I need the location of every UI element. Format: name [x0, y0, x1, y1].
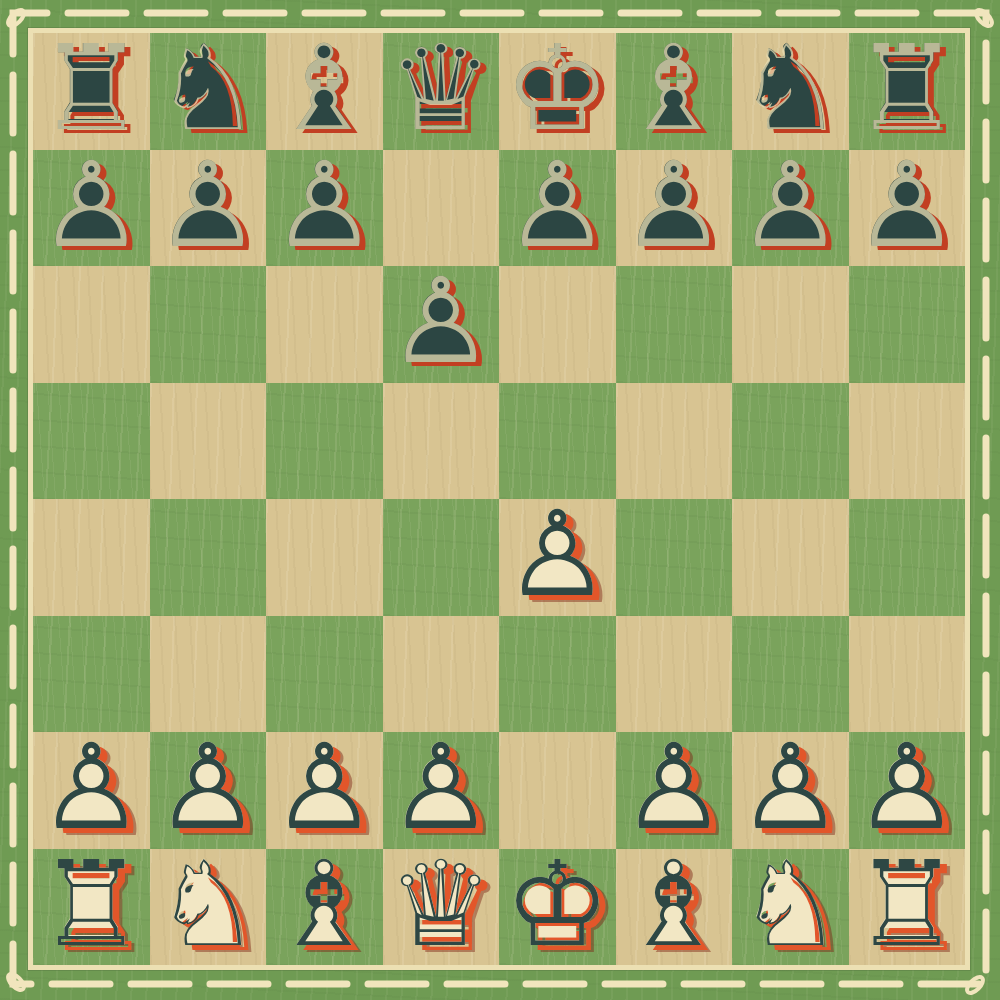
- piece-glyph-outline: ♙: [849, 729, 966, 846]
- white-king[interactable]: ♚♔: [499, 849, 616, 966]
- square-g3[interactable]: [732, 616, 849, 733]
- square-g4[interactable]: [732, 499, 849, 616]
- square-h7[interactable]: ♟♙: [849, 150, 966, 267]
- piece-glyph-outline: ♘: [732, 30, 849, 147]
- square-f5[interactable]: [616, 383, 733, 500]
- square-h8[interactable]: ♜♖: [849, 33, 966, 150]
- square-a8[interactable]: ♜♖: [33, 33, 150, 150]
- square-f8[interactable]: ♝♗: [616, 33, 733, 150]
- square-h6[interactable]: [849, 266, 966, 383]
- chess-board-grid: ♜♖♞♘♝♗♛♕♚♔♝♗♞♘♜♖♟♙♟♙♟♙♟♙♟♙♟♙♟♙♟♙♟♙♟♙♟♙♟♙…: [33, 33, 965, 965]
- piece-glyph-outline: ♙: [150, 147, 267, 264]
- white-knight[interactable]: ♞♘: [150, 849, 267, 966]
- piece-glyph-outline: ♕: [383, 846, 500, 963]
- square-e3[interactable]: [499, 616, 616, 733]
- square-b6[interactable]: [150, 266, 267, 383]
- white-pawn[interactable]: ♟♙: [732, 732, 849, 849]
- square-f6[interactable]: [616, 266, 733, 383]
- square-e7[interactable]: ♟♙: [499, 150, 616, 267]
- square-a1[interactable]: ♜♖: [33, 849, 150, 966]
- square-c5[interactable]: [266, 383, 383, 500]
- white-pawn[interactable]: ♟♙: [150, 732, 267, 849]
- square-c2[interactable]: ♟♙: [266, 732, 383, 849]
- black-pawn[interactable]: ♟♙: [266, 150, 383, 267]
- square-d6[interactable]: ♟♙: [383, 266, 500, 383]
- square-e5[interactable]: [499, 383, 616, 500]
- square-f4[interactable]: [616, 499, 733, 616]
- square-a6[interactable]: [33, 266, 150, 383]
- square-c3[interactable]: [266, 616, 383, 733]
- square-c6[interactable]: [266, 266, 383, 383]
- white-pawn[interactable]: ♟♙: [499, 499, 616, 616]
- piece-glyph-outline: ♘: [150, 30, 267, 147]
- square-g1[interactable]: ♞♘: [732, 849, 849, 966]
- square-b8[interactable]: ♞♘: [150, 33, 267, 150]
- white-pawn[interactable]: ♟♙: [33, 732, 150, 849]
- corner-ornament-bottom-right: [964, 974, 985, 995]
- piece-glyph-outline: ♙: [33, 147, 150, 264]
- piece-glyph-outline: ♙: [616, 729, 733, 846]
- piece-glyph-outline: ♙: [266, 147, 383, 264]
- piece-glyph-outline: ♙: [266, 729, 383, 846]
- square-d2[interactable]: ♟♙: [383, 732, 500, 849]
- square-a5[interactable]: [33, 383, 150, 500]
- square-g2[interactable]: ♟♙: [732, 732, 849, 849]
- black-pawn[interactable]: ♟♙: [383, 266, 500, 383]
- square-c7[interactable]: ♟♙: [266, 150, 383, 267]
- square-d1[interactable]: ♛♕: [383, 849, 500, 966]
- square-f7[interactable]: ♟♙: [616, 150, 733, 267]
- square-a7[interactable]: ♟♙: [33, 150, 150, 267]
- piece-glyph-outline: ♗: [266, 30, 383, 147]
- piece-glyph-outline: ♗: [616, 30, 733, 147]
- corner-ornament-bottom-left: [5, 971, 26, 992]
- piece-glyph-outline: ♘: [732, 846, 849, 963]
- black-pawn[interactable]: ♟♙: [499, 150, 616, 267]
- square-b5[interactable]: [150, 383, 267, 500]
- square-b2[interactable]: ♟♙: [150, 732, 267, 849]
- white-bishop[interactable]: ♝♗: [616, 849, 733, 966]
- chess-board: ♜♖♞♘♝♗♛♕♚♔♝♗♞♘♜♖♟♙♟♙♟♙♟♙♟♙♟♙♟♙♟♙♟♙♟♙♟♙♟♙…: [28, 28, 970, 970]
- square-h2[interactable]: ♟♙: [849, 732, 966, 849]
- square-f1[interactable]: ♝♗: [616, 849, 733, 966]
- piece-glyph-outline: ♙: [383, 729, 500, 846]
- square-d8[interactable]: ♛♕: [383, 33, 500, 150]
- square-f2[interactable]: ♟♙: [616, 732, 733, 849]
- black-pawn[interactable]: ♟♙: [616, 150, 733, 267]
- black-king[interactable]: ♚♔: [499, 33, 616, 150]
- black-queen[interactable]: ♛♕: [383, 33, 500, 150]
- square-c4[interactable]: [266, 499, 383, 616]
- piece-glyph-outline: ♙: [849, 147, 966, 264]
- square-e8[interactable]: ♚♔: [499, 33, 616, 150]
- black-knight[interactable]: ♞♘: [732, 33, 849, 150]
- black-pawn[interactable]: ♟♙: [33, 150, 150, 267]
- square-d4[interactable]: [383, 499, 500, 616]
- piece-glyph-outline: ♙: [383, 263, 500, 380]
- square-c8[interactable]: ♝♗: [266, 33, 383, 150]
- square-g5[interactable]: [732, 383, 849, 500]
- square-g6[interactable]: [732, 266, 849, 383]
- white-knight[interactable]: ♞♘: [732, 849, 849, 966]
- square-g7[interactable]: ♟♙: [732, 150, 849, 267]
- piece-glyph-outline: ♙: [732, 729, 849, 846]
- square-d5[interactable]: [383, 383, 500, 500]
- square-e1[interactable]: ♚♔: [499, 849, 616, 966]
- white-pawn[interactable]: ♟♙: [266, 732, 383, 849]
- black-rook[interactable]: ♜♖: [33, 33, 150, 150]
- black-pawn[interactable]: ♟♙: [849, 150, 966, 267]
- white-pawn[interactable]: ♟♙: [616, 732, 733, 849]
- square-e2[interactable]: [499, 732, 616, 849]
- piece-glyph-outline: ♙: [499, 496, 616, 613]
- piece-glyph-outline: ♘: [150, 846, 267, 963]
- piece-glyph-outline: ♙: [499, 147, 616, 264]
- black-pawn[interactable]: ♟♙: [732, 150, 849, 267]
- square-b1[interactable]: ♞♘: [150, 849, 267, 966]
- piece-glyph-outline: ♔: [499, 846, 616, 963]
- black-knight[interactable]: ♞♘: [150, 33, 267, 150]
- square-a2[interactable]: ♟♙: [33, 732, 150, 849]
- square-a4[interactable]: [33, 499, 150, 616]
- piece-glyph-outline: ♙: [150, 729, 267, 846]
- square-d7[interactable]: [383, 150, 500, 267]
- corner-ornament-top-right: [973, 7, 994, 28]
- black-rook[interactable]: ♜♖: [849, 33, 966, 150]
- square-d3[interactable]: [383, 616, 500, 733]
- black-bishop[interactable]: ♝♗: [616, 33, 733, 150]
- square-b3[interactable]: [150, 616, 267, 733]
- square-h4[interactable]: [849, 499, 966, 616]
- square-c1[interactable]: ♝♗: [266, 849, 383, 966]
- white-queen[interactable]: ♛♕: [383, 849, 500, 966]
- piece-glyph-outline: ♕: [383, 30, 500, 147]
- square-f3[interactable]: [616, 616, 733, 733]
- piece-glyph-outline: ♖: [33, 30, 150, 147]
- piece-glyph-outline: ♖: [33, 846, 150, 963]
- white-rook[interactable]: ♜♖: [33, 849, 150, 966]
- piece-glyph-outline: ♗: [616, 846, 733, 963]
- piece-glyph-outline: ♖: [849, 846, 966, 963]
- square-b4[interactable]: [150, 499, 267, 616]
- square-e4[interactable]: ♟♙: [499, 499, 616, 616]
- square-h1[interactable]: ♜♖: [849, 849, 966, 966]
- piece-glyph-outline: ♔: [499, 30, 616, 147]
- corner-ornament-top-left: [5, 7, 26, 28]
- piece-glyph-outline: ♙: [33, 729, 150, 846]
- white-rook[interactable]: ♜♖: [849, 849, 966, 966]
- white-pawn[interactable]: ♟♙: [849, 732, 966, 849]
- square-e6[interactable]: [499, 266, 616, 383]
- piece-glyph-outline: ♗: [266, 846, 383, 963]
- square-h3[interactable]: [849, 616, 966, 733]
- black-bishop[interactable]: ♝♗: [266, 33, 383, 150]
- white-pawn[interactable]: ♟♙: [383, 732, 500, 849]
- square-h5[interactable]: [849, 383, 966, 500]
- piece-glyph-outline: ♙: [616, 147, 733, 264]
- white-bishop[interactable]: ♝♗: [266, 849, 383, 966]
- square-b7[interactable]: ♟♙: [150, 150, 267, 267]
- piece-glyph-outline: ♙: [732, 147, 849, 264]
- square-a3[interactable]: [33, 616, 150, 733]
- square-g8[interactable]: ♞♘: [732, 33, 849, 150]
- piece-glyph-outline: ♖: [849, 30, 966, 147]
- black-pawn[interactable]: ♟♙: [150, 150, 267, 267]
